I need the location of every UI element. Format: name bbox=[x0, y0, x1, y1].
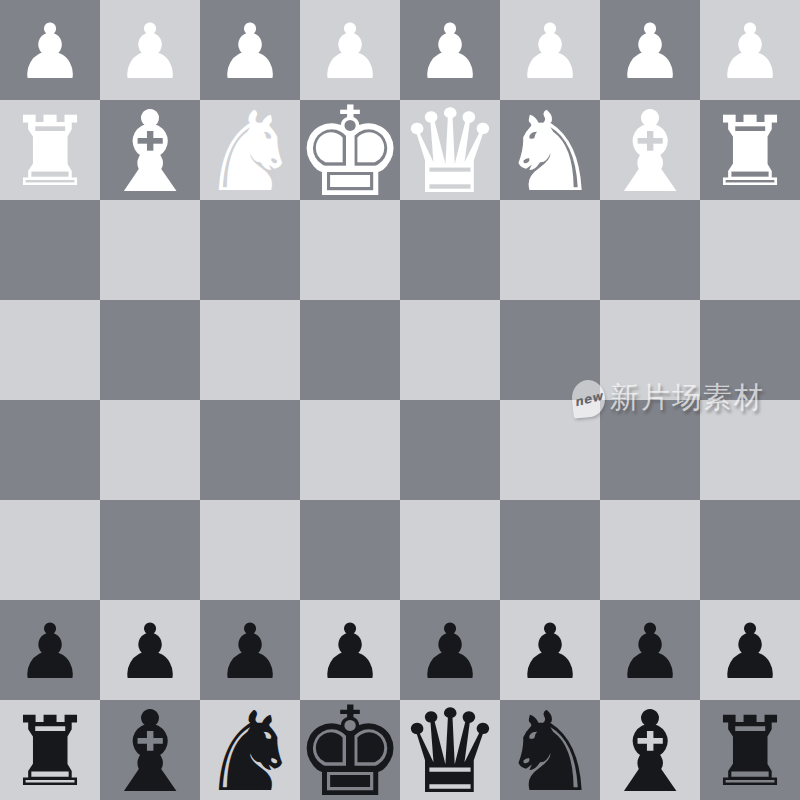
square-d4[interactable] bbox=[300, 400, 400, 500]
square-d7[interactable]: ♚ bbox=[300, 100, 400, 200]
square-h5[interactable] bbox=[700, 300, 800, 400]
square-d1[interactable]: ♚ bbox=[300, 700, 400, 800]
square-f2[interactable]: ♟ bbox=[500, 600, 600, 700]
square-f4[interactable] bbox=[500, 400, 600, 500]
piece-black-bishop: ♝ bbox=[600, 696, 700, 800]
square-a8[interactable]: ♟ bbox=[0, 0, 100, 100]
square-c4[interactable] bbox=[200, 400, 300, 500]
square-a4[interactable] bbox=[0, 400, 100, 500]
square-a7[interactable]: ♜ bbox=[0, 100, 100, 200]
piece-black-pawn: ♟ bbox=[416, 614, 484, 690]
piece-white-pawn: ♟ bbox=[716, 14, 784, 90]
square-b1[interactable]: ♝ bbox=[100, 700, 200, 800]
square-h8[interactable]: ♟ bbox=[700, 0, 800, 100]
piece-white-bishop: ♝ bbox=[600, 96, 700, 208]
square-c7[interactable]: ♞ bbox=[200, 100, 300, 200]
square-f5[interactable] bbox=[500, 300, 600, 400]
square-f3[interactable] bbox=[500, 500, 600, 600]
square-b3[interactable] bbox=[100, 500, 200, 600]
square-g8[interactable]: ♟ bbox=[600, 0, 700, 100]
square-a5[interactable] bbox=[0, 300, 100, 400]
square-e3[interactable] bbox=[400, 500, 500, 600]
piece-black-pawn: ♟ bbox=[16, 614, 84, 690]
square-e5[interactable] bbox=[400, 300, 500, 400]
piece-white-king: ♚ bbox=[294, 90, 405, 214]
square-b7[interactable]: ♝ bbox=[100, 100, 200, 200]
piece-black-pawn: ♟ bbox=[616, 614, 684, 690]
piece-black-pawn: ♟ bbox=[516, 614, 584, 690]
square-a2[interactable]: ♟ bbox=[0, 600, 100, 700]
piece-white-pawn: ♟ bbox=[516, 14, 584, 90]
piece-white-knight: ♞ bbox=[501, 97, 600, 207]
square-g4[interactable] bbox=[600, 400, 700, 500]
square-g3[interactable] bbox=[600, 500, 700, 600]
piece-black-pawn: ♟ bbox=[116, 614, 184, 690]
square-c3[interactable] bbox=[200, 500, 300, 600]
square-h4[interactable] bbox=[700, 400, 800, 500]
square-c8[interactable]: ♟ bbox=[200, 0, 300, 100]
chess-board: ♟♟♟♟♟♟♟♟♜♝♞♚♛♞♝♜♟♟♟♟♟♟♟♟♜♝♞♚♛♞♝♜ bbox=[0, 0, 800, 800]
square-g2[interactable]: ♟ bbox=[600, 600, 700, 700]
square-a3[interactable] bbox=[0, 500, 100, 600]
piece-white-knight: ♞ bbox=[201, 97, 300, 207]
square-c1[interactable]: ♞ bbox=[200, 700, 300, 800]
piece-black-queen: ♛ bbox=[398, 694, 502, 800]
square-h2[interactable]: ♟ bbox=[700, 600, 800, 700]
square-f8[interactable]: ♟ bbox=[500, 0, 600, 100]
piece-black-pawn: ♟ bbox=[716, 614, 784, 690]
square-c5[interactable] bbox=[200, 300, 300, 400]
piece-white-pawn: ♟ bbox=[616, 14, 684, 90]
piece-black-rook: ♜ bbox=[707, 704, 793, 800]
piece-white-pawn: ♟ bbox=[216, 14, 284, 90]
square-f7[interactable]: ♞ bbox=[500, 100, 600, 200]
square-b8[interactable]: ♟ bbox=[100, 0, 200, 100]
piece-white-bishop: ♝ bbox=[100, 96, 200, 208]
square-e4[interactable] bbox=[400, 400, 500, 500]
square-g7[interactable]: ♝ bbox=[600, 100, 700, 200]
piece-white-queen: ♛ bbox=[398, 94, 502, 210]
piece-black-rook: ♜ bbox=[7, 704, 93, 800]
square-h3[interactable] bbox=[700, 500, 800, 600]
piece-black-bishop: ♝ bbox=[100, 696, 200, 800]
square-b2[interactable]: ♟ bbox=[100, 600, 200, 700]
square-e7[interactable]: ♛ bbox=[400, 100, 500, 200]
square-a1[interactable]: ♜ bbox=[0, 700, 100, 800]
square-g1[interactable]: ♝ bbox=[600, 700, 700, 800]
piece-white-rook: ♜ bbox=[7, 104, 93, 200]
piece-black-king: ♚ bbox=[294, 690, 405, 800]
piece-white-rook: ♜ bbox=[707, 104, 793, 200]
square-c2[interactable]: ♟ bbox=[200, 600, 300, 700]
square-e1[interactable]: ♛ bbox=[400, 700, 500, 800]
piece-white-pawn: ♟ bbox=[116, 14, 184, 90]
square-d3[interactable] bbox=[300, 500, 400, 600]
piece-black-pawn: ♟ bbox=[216, 614, 284, 690]
piece-black-pawn: ♟ bbox=[316, 614, 384, 690]
square-b5[interactable] bbox=[100, 300, 200, 400]
piece-white-pawn: ♟ bbox=[16, 14, 84, 90]
square-g5[interactable] bbox=[600, 300, 700, 400]
piece-black-knight: ♞ bbox=[501, 697, 600, 800]
square-f1[interactable]: ♞ bbox=[500, 700, 600, 800]
square-d5[interactable] bbox=[300, 300, 400, 400]
square-b4[interactable] bbox=[100, 400, 200, 500]
square-h1[interactable]: ♜ bbox=[700, 700, 800, 800]
square-h6[interactable] bbox=[700, 200, 800, 300]
piece-white-pawn: ♟ bbox=[416, 14, 484, 90]
square-h7[interactable]: ♜ bbox=[700, 100, 800, 200]
piece-white-pawn: ♟ bbox=[316, 14, 384, 90]
square-a6[interactable] bbox=[0, 200, 100, 300]
piece-black-knight: ♞ bbox=[201, 697, 300, 800]
